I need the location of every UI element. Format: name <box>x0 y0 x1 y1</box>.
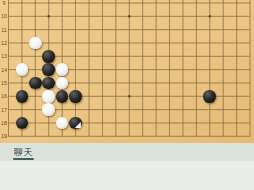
go-app-screen: 910111213141516171819 聊天 <box>0 0 254 190</box>
black-stone <box>42 77 55 90</box>
black-stone <box>69 117 82 130</box>
last-move-triangle-marker-icon <box>75 122 81 128</box>
black-stone <box>29 77 42 90</box>
tab-chat[interactable]: 聊天 <box>14 146 33 159</box>
black-stone <box>42 50 55 63</box>
white-stone <box>56 63 69 76</box>
white-stone <box>16 63 29 76</box>
white-stone <box>42 90 55 103</box>
stones-layer <box>2 0 254 143</box>
chat-panel <box>0 161 254 190</box>
black-stone <box>16 90 29 103</box>
black-stone <box>56 90 69 103</box>
white-stone <box>42 103 55 116</box>
black-stone <box>203 90 216 103</box>
white-stone <box>29 37 42 50</box>
go-board[interactable]: 910111213141516171819 <box>0 0 254 143</box>
black-stone <box>16 117 29 130</box>
black-stone <box>69 90 82 103</box>
white-stone <box>56 117 69 130</box>
active-tab-underline <box>13 158 34 160</box>
chat-tab-bar: 聊天 <box>0 143 254 161</box>
white-stone <box>56 77 69 90</box>
black-stone <box>42 63 55 76</box>
